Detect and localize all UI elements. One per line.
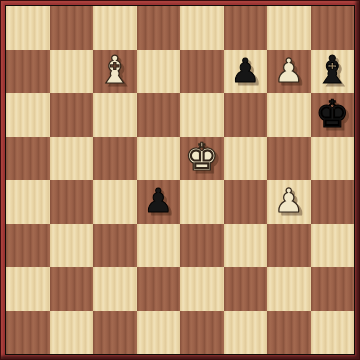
square-d8[interactable] [137,6,181,50]
square-a8[interactable] [6,6,50,50]
square-c4[interactable] [93,180,137,224]
black-bishop[interactable]: ♝ [315,51,349,89]
square-g5[interactable] [267,137,311,181]
square-g3[interactable] [267,224,311,268]
square-e7[interactable] [180,50,224,94]
square-a3[interactable] [6,224,50,268]
square-h7[interactable]: ♝ [311,50,355,94]
square-b8[interactable] [50,6,94,50]
black-king[interactable]: ♚ [315,95,349,133]
black-pawn[interactable]: ♟ [230,54,260,87]
square-e6[interactable] [180,93,224,137]
square-g2[interactable] [267,267,311,311]
square-f3[interactable] [224,224,268,268]
square-a5[interactable] [6,137,50,181]
white-bishop[interactable]: ♝ [98,51,132,89]
square-f2[interactable] [224,267,268,311]
square-b1[interactable] [50,311,94,355]
square-d1[interactable] [137,311,181,355]
board-frame: ♝♟♟♝♚♚♟♟ [0,0,360,360]
square-c5[interactable] [93,137,137,181]
square-d3[interactable] [137,224,181,268]
square-f5[interactable] [224,137,268,181]
square-g4[interactable]: ♟ [267,180,311,224]
square-c2[interactable] [93,267,137,311]
square-b2[interactable] [50,267,94,311]
square-a4[interactable] [6,180,50,224]
square-b7[interactable] [50,50,94,94]
square-h2[interactable] [311,267,355,311]
square-c8[interactable] [93,6,137,50]
square-d2[interactable] [137,267,181,311]
square-c3[interactable] [93,224,137,268]
square-c6[interactable] [93,93,137,137]
square-e2[interactable] [180,267,224,311]
square-f7[interactable]: ♟ [224,50,268,94]
square-e1[interactable] [180,311,224,355]
square-b4[interactable] [50,180,94,224]
square-h5[interactable] [311,137,355,181]
board-inner-border: ♝♟♟♝♚♚♟♟ [5,5,355,355]
square-b5[interactable] [50,137,94,181]
square-f1[interactable] [224,311,268,355]
square-h3[interactable] [311,224,355,268]
square-b3[interactable] [50,224,94,268]
square-e3[interactable] [180,224,224,268]
chess-board: ♝♟♟♝♚♚♟♟ [6,6,354,354]
square-h4[interactable] [311,180,355,224]
square-c7[interactable]: ♝ [93,50,137,94]
square-g6[interactable] [267,93,311,137]
square-f6[interactable] [224,93,268,137]
square-e4[interactable] [180,180,224,224]
white-pawn[interactable]: ♟ [274,184,304,217]
white-king[interactable]: ♚ [185,138,219,176]
square-a7[interactable] [6,50,50,94]
square-e5[interactable]: ♚ [180,137,224,181]
square-g1[interactable] [267,311,311,355]
square-f4[interactable] [224,180,268,224]
square-a6[interactable] [6,93,50,137]
square-g8[interactable] [267,6,311,50]
square-d5[interactable] [137,137,181,181]
square-d4[interactable]: ♟ [137,180,181,224]
square-b6[interactable] [50,93,94,137]
square-a1[interactable] [6,311,50,355]
square-f8[interactable] [224,6,268,50]
square-h6[interactable]: ♚ [311,93,355,137]
black-pawn[interactable]: ♟ [143,184,173,217]
square-c1[interactable] [93,311,137,355]
square-h1[interactable] [311,311,355,355]
square-e8[interactable] [180,6,224,50]
square-h8[interactable] [311,6,355,50]
square-d6[interactable] [137,93,181,137]
white-pawn[interactable]: ♟ [274,54,304,87]
square-g7[interactable]: ♟ [267,50,311,94]
square-d7[interactable] [137,50,181,94]
square-a2[interactable] [6,267,50,311]
